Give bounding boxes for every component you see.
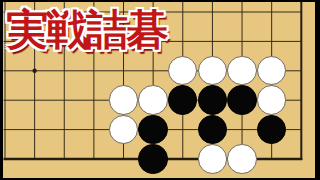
stone-white bbox=[198, 144, 227, 173]
board-intersection bbox=[138, 85, 168, 114]
stone-black bbox=[138, 115, 167, 144]
stone-white bbox=[257, 56, 286, 85]
stone-black bbox=[168, 85, 197, 114]
board-intersection bbox=[198, 144, 228, 173]
board-intersection bbox=[198, 56, 228, 85]
stone-white bbox=[109, 115, 138, 144]
board-intersection bbox=[227, 144, 257, 173]
board-intersection bbox=[138, 144, 168, 173]
board-intersection bbox=[109, 85, 139, 114]
stone-black bbox=[198, 115, 227, 144]
board-intersection bbox=[138, 115, 168, 144]
stone-white bbox=[257, 85, 286, 114]
board-intersection bbox=[168, 56, 198, 85]
board-intersection bbox=[168, 85, 198, 114]
stone-white bbox=[138, 85, 167, 114]
board-intersection bbox=[198, 85, 228, 114]
stone-black bbox=[138, 144, 167, 173]
board-intersection bbox=[227, 56, 257, 85]
board-intersection bbox=[198, 115, 228, 144]
stone-white bbox=[227, 56, 256, 85]
video-frame: 実戦詰碁 bbox=[0, 0, 320, 180]
board-intersection bbox=[257, 56, 287, 85]
board-intersection bbox=[257, 115, 287, 144]
board-intersection bbox=[109, 115, 139, 144]
stone-white bbox=[227, 144, 256, 173]
board-intersection bbox=[257, 85, 287, 114]
video-title-overlay: 実戦詰碁 bbox=[6, 8, 166, 52]
stone-black bbox=[227, 85, 256, 114]
stone-black bbox=[257, 115, 286, 144]
stone-white bbox=[168, 56, 197, 85]
board-intersection bbox=[227, 85, 257, 114]
stone-white bbox=[109, 85, 138, 114]
stone-black bbox=[198, 85, 227, 114]
stone-white bbox=[198, 56, 227, 85]
